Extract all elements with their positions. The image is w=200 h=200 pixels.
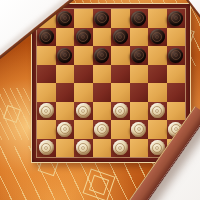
dark-checker[interactable]	[150, 29, 165, 44]
square-d6[interactable]	[93, 46, 112, 65]
square-f3[interactable]	[130, 102, 149, 121]
square-h6[interactable]	[167, 46, 186, 65]
square-f6[interactable]	[130, 46, 149, 65]
square-d7[interactable]	[93, 28, 112, 47]
square-b7[interactable]	[56, 28, 75, 47]
square-f2[interactable]	[130, 120, 149, 139]
light-checker[interactable]	[39, 103, 54, 118]
square-g8[interactable]	[148, 9, 167, 28]
square-d5[interactable]	[93, 65, 112, 84]
square-a4[interactable]	[37, 83, 56, 102]
square-d2[interactable]	[93, 120, 112, 139]
dark-checker[interactable]	[168, 48, 183, 63]
light-checker[interactable]	[150, 103, 165, 118]
square-e5[interactable]	[111, 65, 130, 84]
square-b1[interactable]	[56, 139, 75, 158]
square-b6[interactable]	[56, 46, 75, 65]
square-a6[interactable]	[37, 46, 56, 65]
square-a2[interactable]	[37, 120, 56, 139]
square-c5[interactable]	[74, 65, 93, 84]
square-f7[interactable]	[130, 28, 149, 47]
light-checker[interactable]	[57, 122, 72, 137]
dark-checker[interactable]	[39, 29, 54, 44]
square-h4[interactable]	[167, 83, 186, 102]
square-h3[interactable]	[167, 102, 186, 121]
square-f8[interactable]	[130, 9, 149, 28]
square-e3[interactable]	[111, 102, 130, 121]
dark-checker[interactable]	[131, 11, 146, 26]
square-c4[interactable]	[74, 83, 93, 102]
square-f4[interactable]	[130, 83, 149, 102]
square-e1[interactable]	[111, 139, 130, 158]
light-checker[interactable]	[113, 103, 128, 118]
square-f5[interactable]	[130, 65, 149, 84]
square-d8[interactable]	[93, 9, 112, 28]
square-b5[interactable]	[56, 65, 75, 84]
square-h8[interactable]	[167, 9, 186, 28]
dark-checker[interactable]	[57, 48, 72, 63]
square-a7[interactable]	[37, 28, 56, 47]
dark-checker[interactable]	[168, 11, 183, 26]
light-checker[interactable]	[113, 140, 128, 155]
square-d1[interactable]	[93, 139, 112, 158]
square-h7[interactable]	[167, 28, 186, 47]
dark-checker[interactable]	[76, 29, 91, 44]
light-checker[interactable]	[76, 103, 91, 118]
square-g6[interactable]	[148, 46, 167, 65]
square-e6[interactable]	[111, 46, 130, 65]
dark-checker[interactable]	[131, 48, 146, 63]
dark-checker[interactable]	[94, 48, 109, 63]
square-a3[interactable]	[37, 102, 56, 121]
square-b8[interactable]	[56, 9, 75, 28]
square-g7[interactable]	[148, 28, 167, 47]
square-c7[interactable]	[74, 28, 93, 47]
square-b2[interactable]	[56, 120, 75, 139]
light-checker[interactable]	[131, 122, 146, 137]
square-f1[interactable]	[130, 139, 149, 158]
checkers-board[interactable]	[31, 3, 191, 163]
square-d3[interactable]	[93, 102, 112, 121]
square-b4[interactable]	[56, 83, 75, 102]
square-e7[interactable]	[111, 28, 130, 47]
square-c3[interactable]	[74, 102, 93, 121]
photo-stage	[0, 0, 200, 200]
square-g3[interactable]	[148, 102, 167, 121]
square-e2[interactable]	[111, 120, 130, 139]
square-e8[interactable]	[111, 9, 130, 28]
square-c8[interactable]	[74, 9, 93, 28]
square-c1[interactable]	[74, 139, 93, 158]
dark-checker[interactable]	[57, 11, 72, 26]
board-grid	[36, 8, 186, 158]
square-e4[interactable]	[111, 83, 130, 102]
light-checker[interactable]	[39, 140, 54, 155]
dark-checker[interactable]	[113, 29, 128, 44]
square-c2[interactable]	[74, 120, 93, 139]
square-a1[interactable]	[37, 139, 56, 158]
square-b3[interactable]	[56, 102, 75, 121]
square-a5[interactable]	[37, 65, 56, 84]
square-g4[interactable]	[148, 83, 167, 102]
square-c6[interactable]	[74, 46, 93, 65]
square-g2[interactable]	[148, 120, 167, 139]
dark-checker[interactable]	[94, 11, 109, 26]
light-checker[interactable]	[94, 122, 109, 137]
light-checker[interactable]	[76, 140, 91, 155]
square-h5[interactable]	[167, 65, 186, 84]
square-d4[interactable]	[93, 83, 112, 102]
square-g5[interactable]	[148, 65, 167, 84]
